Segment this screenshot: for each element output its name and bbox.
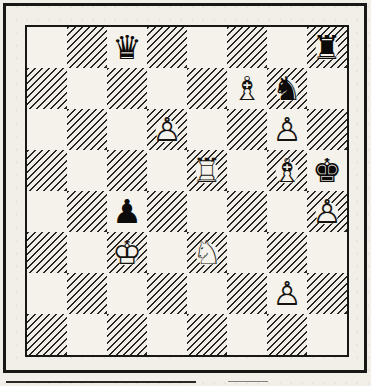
square-e8 xyxy=(187,27,227,68)
square-a2 xyxy=(27,273,67,314)
square-h4: ♙ xyxy=(307,191,347,232)
square-b8 xyxy=(67,27,107,68)
piece-black-knight-g7: ♞ xyxy=(267,68,307,109)
square-e3: ♘ xyxy=(187,232,227,273)
square-h2 xyxy=(307,273,347,314)
square-e4 xyxy=(187,191,227,232)
square-f5 xyxy=(227,150,267,191)
square-d6: ♙ xyxy=(147,109,187,150)
square-a3 xyxy=(27,232,67,273)
piece-white-pawn-g6: ♙ xyxy=(267,109,307,150)
square-h1 xyxy=(307,314,347,355)
square-f4 xyxy=(227,191,267,232)
square-e5: ♖ xyxy=(187,150,227,191)
square-c3: ♔ xyxy=(107,232,147,273)
piece-white-rook-e5: ♖ xyxy=(187,150,227,191)
square-f8 xyxy=(227,27,267,68)
piece-black-pawn-c4: ♟ xyxy=(107,191,147,232)
piece-white-knight-e3: ♘ xyxy=(187,232,227,273)
square-d2 xyxy=(147,273,187,314)
square-d4 xyxy=(147,191,187,232)
square-f6 xyxy=(227,109,267,150)
square-h7 xyxy=(307,68,347,109)
square-g2: ♙ xyxy=(267,273,307,314)
square-d3 xyxy=(147,232,187,273)
square-g1 xyxy=(267,314,307,355)
square-c6 xyxy=(107,109,147,150)
square-e2 xyxy=(187,273,227,314)
square-h3 xyxy=(307,232,347,273)
piece-white-bishop-g5: ♗ xyxy=(267,150,307,191)
square-b2 xyxy=(67,273,107,314)
piece-black-queen-c8: ♛ xyxy=(107,27,147,68)
square-b4 xyxy=(67,191,107,232)
square-b1 xyxy=(67,314,107,355)
square-g7: ♞ xyxy=(267,68,307,109)
square-a8 xyxy=(27,27,67,68)
square-g3 xyxy=(267,232,307,273)
square-a5 xyxy=(27,150,67,191)
piece-white-pawn-h4: ♙ xyxy=(307,191,347,232)
square-c8: ♛ xyxy=(107,27,147,68)
square-c1 xyxy=(107,314,147,355)
square-g6: ♙ xyxy=(267,109,307,150)
square-a1 xyxy=(27,314,67,355)
piece-white-pawn-g2: ♙ xyxy=(267,273,307,314)
square-g5: ♗ xyxy=(267,150,307,191)
piece-white-king-c3: ♔ xyxy=(107,232,147,273)
square-e1 xyxy=(187,314,227,355)
square-e7 xyxy=(187,68,227,109)
square-f2 xyxy=(227,273,267,314)
square-f3 xyxy=(227,232,267,273)
square-e6 xyxy=(187,109,227,150)
square-d7 xyxy=(147,68,187,109)
square-d8 xyxy=(147,27,187,68)
scan-artifact-dash xyxy=(228,381,268,382)
square-a7 xyxy=(27,68,67,109)
square-b6 xyxy=(67,109,107,150)
square-b7 xyxy=(67,68,107,109)
square-c7 xyxy=(107,68,147,109)
square-d5 xyxy=(147,150,187,191)
square-c2 xyxy=(107,273,147,314)
square-g4 xyxy=(267,191,307,232)
piece-black-rook-h8: ♜ xyxy=(307,27,347,68)
square-b5 xyxy=(67,150,107,191)
square-h6 xyxy=(307,109,347,150)
square-c4: ♟ xyxy=(107,191,147,232)
square-f1 xyxy=(227,314,267,355)
square-h8: ♜ xyxy=(307,27,347,68)
square-f7: ♗ xyxy=(227,68,267,109)
chess-board: ♛♜♗♞♙♙♖♗♚♟♙♔♘♙ xyxy=(25,25,349,357)
piece-white-pawn-d6: ♙ xyxy=(147,109,187,150)
square-a4 xyxy=(27,191,67,232)
newspaper-scan: ♛♜♗♞♙♙♖♗♚♟♙♔♘♙ xyxy=(0,0,371,386)
scan-artifact-line xyxy=(6,381,196,383)
square-a6 xyxy=(27,109,67,150)
piece-white-bishop-f7: ♗ xyxy=(227,68,267,109)
piece-black-king-h5: ♚ xyxy=(307,150,347,191)
square-d1 xyxy=(147,314,187,355)
square-g8 xyxy=(267,27,307,68)
square-h5: ♚ xyxy=(307,150,347,191)
square-c5 xyxy=(107,150,147,191)
square-b3 xyxy=(67,232,107,273)
